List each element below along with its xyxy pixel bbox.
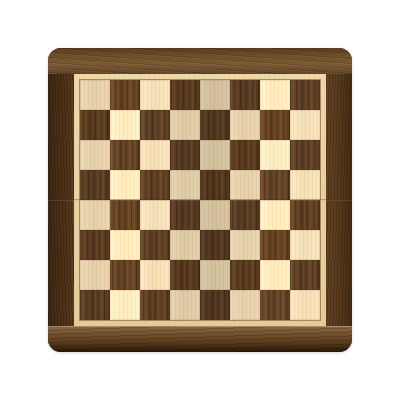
square-d6[interactable] [170, 140, 200, 170]
square-h4[interactable] [290, 200, 320, 230]
square-h1[interactable] [290, 290, 320, 320]
square-e3[interactable] [200, 230, 230, 260]
square-a6[interactable] [80, 140, 110, 170]
square-d2[interactable] [170, 260, 200, 290]
chessboard [48, 48, 352, 352]
square-b8[interactable] [110, 80, 140, 110]
square-f3[interactable] [230, 230, 260, 260]
square-d8[interactable] [170, 80, 200, 110]
square-g6[interactable] [260, 140, 290, 170]
square-h2[interactable] [290, 260, 320, 290]
square-e2[interactable] [200, 260, 230, 290]
playing-field [80, 80, 320, 320]
square-h8[interactable] [290, 80, 320, 110]
square-c3[interactable] [140, 230, 170, 260]
square-a4[interactable] [80, 200, 110, 230]
square-f2[interactable] [230, 260, 260, 290]
square-h7[interactable] [290, 110, 320, 140]
square-g7[interactable] [260, 110, 290, 140]
square-g1[interactable] [260, 290, 290, 320]
square-c7[interactable] [140, 110, 170, 140]
square-d4[interactable] [170, 200, 200, 230]
square-f5[interactable] [230, 170, 260, 200]
frame-bottom-rail [48, 326, 352, 352]
square-d1[interactable] [170, 290, 200, 320]
square-f1[interactable] [230, 290, 260, 320]
square-g8[interactable] [260, 80, 290, 110]
square-a8[interactable] [80, 80, 110, 110]
square-h5[interactable] [290, 170, 320, 200]
square-b6[interactable] [110, 140, 140, 170]
square-f4[interactable] [230, 200, 260, 230]
frame-right-stile [326, 74, 352, 326]
square-b5[interactable] [110, 170, 140, 200]
square-e1[interactable] [200, 290, 230, 320]
square-b2[interactable] [110, 260, 140, 290]
square-c6[interactable] [140, 140, 170, 170]
photo-background [0, 0, 400, 400]
square-b7[interactable] [110, 110, 140, 140]
square-c2[interactable] [140, 260, 170, 290]
square-f6[interactable] [230, 140, 260, 170]
square-c4[interactable] [140, 200, 170, 230]
square-e8[interactable] [200, 80, 230, 110]
square-a5[interactable] [80, 170, 110, 200]
square-d5[interactable] [170, 170, 200, 200]
square-f7[interactable] [230, 110, 260, 140]
square-e4[interactable] [200, 200, 230, 230]
frame-left-stile [48, 74, 74, 326]
square-a2[interactable] [80, 260, 110, 290]
square-c1[interactable] [140, 290, 170, 320]
square-c8[interactable] [140, 80, 170, 110]
square-b1[interactable] [110, 290, 140, 320]
square-h6[interactable] [290, 140, 320, 170]
square-g5[interactable] [260, 170, 290, 200]
square-d3[interactable] [170, 230, 200, 260]
square-a3[interactable] [80, 230, 110, 260]
square-e7[interactable] [200, 110, 230, 140]
maple-inlay-border [74, 74, 326, 326]
square-b3[interactable] [110, 230, 140, 260]
square-d7[interactable] [170, 110, 200, 140]
square-a1[interactable] [80, 290, 110, 320]
square-e5[interactable] [200, 170, 230, 200]
square-e6[interactable] [200, 140, 230, 170]
square-g3[interactable] [260, 230, 290, 260]
square-c5[interactable] [140, 170, 170, 200]
frame-top-rail [48, 48, 352, 74]
square-b4[interactable] [110, 200, 140, 230]
square-g4[interactable] [260, 200, 290, 230]
square-a7[interactable] [80, 110, 110, 140]
frame-middle-band [48, 74, 352, 326]
square-h3[interactable] [290, 230, 320, 260]
square-g2[interactable] [260, 260, 290, 290]
square-f8[interactable] [230, 80, 260, 110]
